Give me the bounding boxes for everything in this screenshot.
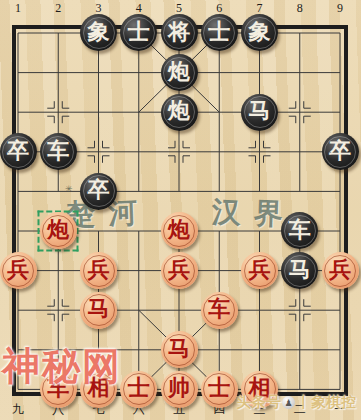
piece-glyph: 帅 [168,377,190,399]
piece-black-cannon[interactable]: 炮 [161,54,198,91]
piece-glyph: 马 [168,338,190,360]
board-point[interactable]: 兵 [239,251,279,291]
board-point[interactable] [0,13,38,53]
piece-glyph: 士 [208,377,230,399]
chess-piece-badge-icon: ♟ [282,396,295,409]
piece-red-horse[interactable]: 马 [161,331,198,368]
piece-red-horse[interactable]: 马 [80,292,117,329]
piece-black-general[interactable]: 将 [161,14,198,51]
board-point[interactable] [0,53,38,93]
piece-glyph: 卒 [329,140,351,162]
board-point[interactable]: 士 [119,370,159,410]
piece-glyph: 车 [289,219,311,241]
board-point[interactable] [320,13,360,53]
piece-glyph: 象 [88,21,110,43]
board-point[interactable]: 车 [199,290,239,330]
board-point[interactable] [199,132,239,172]
piece-black-elephant[interactable]: 象 [241,14,278,51]
board-point[interactable] [119,330,159,370]
board-point[interactable] [38,172,78,212]
piece-glyph: 炮 [168,100,190,122]
board-point[interactable]: 车 [280,211,320,251]
board-point[interactable]: 卒 [78,172,118,212]
board-point[interactable] [320,330,360,370]
watermark-account: 头条号 ♟ 丨象棋控 [236,393,356,412]
board-point[interactable] [320,211,360,251]
board-point[interactable] [280,13,320,53]
xiangqi-app-screen: ✳ 楚河 汉界 123456789 九八七六五四三二一 象士将士象炮炮马卒车卒卒… [0,0,361,420]
watermark-account-prefix: 头条号 [236,393,281,412]
board-point[interactable]: 兵 [0,251,38,291]
piece-glyph: 象 [249,21,271,43]
board-point[interactable] [239,211,279,251]
piece-black-advisor[interactable]: 士 [120,14,157,51]
piece-black-chariot[interactable]: 车 [40,133,77,170]
piece-glyph: 兵 [7,259,29,281]
board-point[interactable] [0,211,38,251]
board-point[interactable] [199,330,239,370]
board-point[interactable] [239,172,279,212]
board-point[interactable] [199,251,239,291]
board-point[interactable] [38,92,78,132]
board-point[interactable]: 兵 [78,251,118,291]
piece-red-cannon[interactable]: 炮 [161,212,198,249]
board-point[interactable] [280,132,320,172]
board-point[interactable] [38,290,78,330]
board-point[interactable] [119,290,159,330]
board-point[interactable]: 将 [159,13,199,53]
board-point[interactable] [119,211,159,251]
piece-black-cannon[interactable]: 炮 [161,94,198,131]
piece-red-soldier[interactable]: 兵 [80,252,117,289]
piece-glyph: 兵 [249,259,271,281]
board-point[interactable] [320,290,360,330]
piece-red-soldier[interactable]: 兵 [322,252,359,289]
board-point[interactable]: 兵 [159,251,199,291]
piece-red-advisor[interactable]: 士 [201,371,238,408]
board-point[interactable] [239,53,279,93]
board-point[interactable] [78,53,118,93]
piece-glyph: 马 [289,259,311,281]
board-point[interactable]: 兵 [320,251,360,291]
board-point[interactable] [78,132,118,172]
piece-glyph: 卒 [88,179,110,201]
board-point[interactable] [320,172,360,212]
piece-red-chariot[interactable]: 车 [201,292,238,329]
piece-glyph: 车 [47,140,69,162]
board-point[interactable]: 炮 [38,211,78,251]
board-point[interactable] [119,132,159,172]
board-point[interactable] [0,290,38,330]
piece-black-horse[interactable]: 马 [281,252,318,289]
piece-black-horse[interactable]: 马 [241,94,278,131]
piece-glyph: 马 [249,100,271,122]
piece-red-cannon[interactable]: 炮 [40,212,77,249]
board-point[interactable] [320,53,360,93]
board-point[interactable] [38,13,78,53]
piece-glyph: 士 [128,377,150,399]
board-point[interactable] [119,251,159,291]
board-point[interactable] [159,132,199,172]
board-point[interactable]: 车 [38,132,78,172]
piece-glyph: 卒 [7,140,29,162]
piece-glyph: 车 [208,298,230,320]
board-point[interactable] [280,53,320,93]
piece-black-soldier[interactable]: 卒 [0,133,37,170]
piece-black-soldier[interactable]: 卒 [322,133,359,170]
piece-glyph: 士 [128,21,150,43]
piece-glyph: 炮 [168,61,190,83]
board-point[interactable] [199,92,239,132]
piece-glyph: 兵 [329,259,351,281]
board-point[interactable] [280,172,320,212]
board-point[interactable]: 象 [78,13,118,53]
watermark-account-suffix: 丨象棋控 [296,393,356,412]
board-point[interactable] [119,92,159,132]
board-point[interactable] [119,172,159,212]
watermark-site-name: 神秘网 [2,341,122,392]
board-point[interactable] [239,290,279,330]
board-point[interactable] [239,132,279,172]
piece-red-soldier[interactable]: 兵 [241,252,278,289]
piece-red-soldier[interactable]: 兵 [161,252,198,289]
piece-red-soldier[interactable]: 兵 [0,252,37,289]
piece-glyph: 将 [168,21,190,43]
board-point[interactable]: 帅 [159,370,199,410]
board-point[interactable]: 士 [199,13,239,53]
piece-glyph: 兵 [168,259,190,281]
piece-glyph: 马 [88,298,110,320]
board-point[interactable] [119,53,159,93]
board-point[interactable] [199,53,239,93]
board-point[interactable]: 象 [239,13,279,53]
board-point[interactable] [320,92,360,132]
board-point[interactable] [38,251,78,291]
board-point[interactable] [159,290,199,330]
piece-black-chariot[interactable]: 车 [281,212,318,249]
board-point[interactable]: 炮 [159,211,199,251]
board-point[interactable]: 士 [199,370,239,410]
board-point[interactable] [38,53,78,93]
board-point[interactable] [199,211,239,251]
board-point[interactable]: 马 [239,92,279,132]
piece-red-general[interactable]: 帅 [161,371,198,408]
board-point[interactable] [280,290,320,330]
piece-black-elephant[interactable]: 象 [80,14,117,51]
board-point[interactable] [0,92,38,132]
board-point[interactable] [78,211,118,251]
board-point[interactable]: 卒 [320,132,360,172]
board-point[interactable]: 炮 [159,92,199,132]
board-point[interactable]: 马 [159,330,199,370]
board-point[interactable] [280,330,320,370]
board-point[interactable]: 卒 [0,132,38,172]
board-point[interactable]: 马 [280,251,320,291]
board-point[interactable] [78,92,118,132]
piece-black-advisor[interactable]: 士 [201,14,238,51]
piece-black-soldier[interactable]: 卒 [80,173,117,210]
board-point[interactable] [280,92,320,132]
board-point[interactable] [0,172,38,212]
board-point[interactable] [239,330,279,370]
piece-glyph: 炮 [168,219,190,241]
board-point[interactable] [159,172,199,212]
board-point[interactable]: 马 [78,290,118,330]
piece-glyph: 兵 [88,259,110,281]
board-point[interactable]: 士 [119,13,159,53]
piece-glyph: 士 [208,21,230,43]
piece-glyph: 炮 [47,219,69,241]
board-point[interactable] [199,172,239,212]
board-point[interactable]: 炮 [159,53,199,93]
piece-red-advisor[interactable]: 士 [120,371,157,408]
